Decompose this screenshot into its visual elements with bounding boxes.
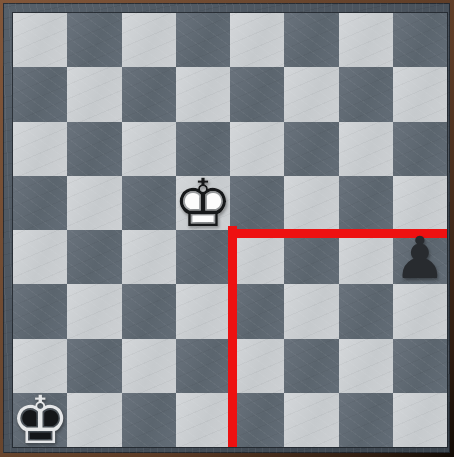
square-c8[interactable]	[122, 13, 176, 67]
piece-outline-glyph: ♔	[176, 177, 230, 231]
square-c6[interactable]	[122, 122, 176, 176]
piece-outline-glyph: ♔	[13, 394, 67, 448]
black-king[interactable]: ♚♔	[13, 393, 67, 447]
piece-fill-glyph: ♚	[13, 394, 67, 448]
square-c5[interactable]	[122, 176, 176, 230]
square-g1[interactable]	[339, 393, 393, 447]
square-c3[interactable]	[122, 284, 176, 338]
square-d5[interactable]: ♚♔	[176, 176, 230, 230]
square-c1[interactable]	[122, 393, 176, 447]
square-g6[interactable]	[339, 122, 393, 176]
square-g5[interactable]	[339, 176, 393, 230]
square-g3[interactable]	[339, 284, 393, 338]
square-b5[interactable]	[67, 176, 121, 230]
square-g4[interactable]	[339, 230, 393, 284]
piece-fill-glyph: ♟	[393, 231, 447, 285]
square-e7[interactable]	[230, 67, 284, 121]
square-d8[interactable]	[176, 13, 230, 67]
square-h1[interactable]	[393, 393, 447, 447]
square-b6[interactable]	[67, 122, 121, 176]
square-b1[interactable]	[67, 393, 121, 447]
square-d1[interactable]	[176, 393, 230, 447]
square-b3[interactable]	[67, 284, 121, 338]
square-d2[interactable]	[176, 339, 230, 393]
black-pawn[interactable]: ♟	[393, 230, 447, 284]
square-b2[interactable]	[67, 339, 121, 393]
board-frame: ♚♔♟♚♔	[0, 0, 454, 457]
square-f6[interactable]	[284, 122, 338, 176]
square-e3[interactable]	[230, 284, 284, 338]
square-c4[interactable]	[122, 230, 176, 284]
square-of-pawn-left-line	[228, 226, 237, 447]
square-a1[interactable]: ♚♔	[13, 393, 67, 447]
square-f1[interactable]	[284, 393, 338, 447]
square-e5[interactable]	[230, 176, 284, 230]
square-h6[interactable]	[393, 122, 447, 176]
chess-board: ♚♔♟♚♔	[13, 13, 447, 447]
square-a4[interactable]	[13, 230, 67, 284]
square-h2[interactable]	[393, 339, 447, 393]
square-g7[interactable]	[339, 67, 393, 121]
square-h7[interactable]	[393, 67, 447, 121]
square-a2[interactable]	[13, 339, 67, 393]
square-c2[interactable]	[122, 339, 176, 393]
square-b4[interactable]	[67, 230, 121, 284]
square-a8[interactable]	[13, 13, 67, 67]
white-king[interactable]: ♚♔	[176, 176, 230, 230]
square-d3[interactable]	[176, 284, 230, 338]
square-h3[interactable]	[393, 284, 447, 338]
square-d7[interactable]	[176, 67, 230, 121]
square-e1[interactable]	[230, 393, 284, 447]
square-c7[interactable]	[122, 67, 176, 121]
square-b8[interactable]	[67, 13, 121, 67]
square-e6[interactable]	[230, 122, 284, 176]
square-a6[interactable]	[13, 122, 67, 176]
square-f8[interactable]	[284, 13, 338, 67]
square-f4[interactable]	[284, 230, 338, 284]
square-f5[interactable]	[284, 176, 338, 230]
square-a7[interactable]	[13, 67, 67, 121]
square-h4[interactable]: ♟	[393, 230, 447, 284]
square-g2[interactable]	[339, 339, 393, 393]
square-g8[interactable]	[339, 13, 393, 67]
piece-fill-glyph: ♚	[176, 177, 230, 231]
square-e2[interactable]	[230, 339, 284, 393]
square-a5[interactable]	[13, 176, 67, 230]
square-d6[interactable]	[176, 122, 230, 176]
square-e8[interactable]	[230, 13, 284, 67]
square-h5[interactable]	[393, 176, 447, 230]
square-h8[interactable]	[393, 13, 447, 67]
square-b7[interactable]	[67, 67, 121, 121]
square-e4[interactable]	[230, 230, 284, 284]
square-a3[interactable]	[13, 284, 67, 338]
square-f7[interactable]	[284, 67, 338, 121]
square-d4[interactable]	[176, 230, 230, 284]
square-f3[interactable]	[284, 284, 338, 338]
square-f2[interactable]	[284, 339, 338, 393]
